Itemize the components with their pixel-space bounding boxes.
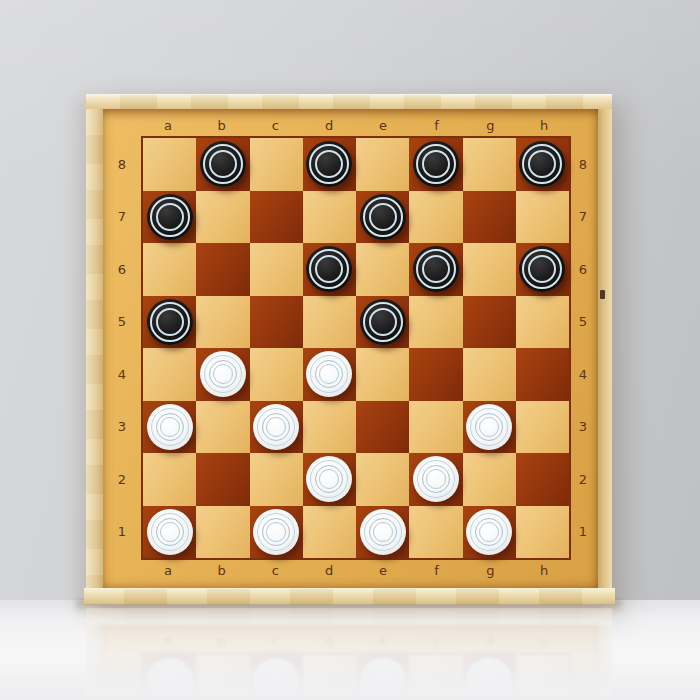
square-d5[interactable]: [303, 296, 356, 349]
checker-ring: [213, 364, 233, 384]
checker-ring: [470, 408, 508, 446]
square-d3[interactable]: [303, 401, 356, 454]
black-checker-h8[interactable]: [519, 141, 565, 187]
file-label: d: [302, 563, 356, 579]
white-checker-d2[interactable]: [306, 456, 352, 502]
square-c7[interactable]: [250, 191, 303, 244]
black-checker-h6[interactable]: [519, 246, 565, 292]
checker-ring: [151, 408, 189, 446]
square-e7[interactable]: [356, 191, 409, 244]
square-c6[interactable]: [250, 243, 303, 296]
square-b6[interactable]: [196, 243, 249, 296]
checker-ring: [160, 417, 180, 437]
square-g6[interactable]: [463, 243, 516, 296]
frame-top-batten: [86, 94, 612, 109]
square-d1[interactable]: [303, 506, 356, 559]
square-h5[interactable]: [516, 296, 569, 349]
white-checker-a3[interactable]: [147, 404, 193, 450]
square-f4[interactable]: [409, 348, 462, 401]
square-a5[interactable]: [143, 296, 196, 349]
rank-label: 2: [573, 453, 593, 506]
rank-label: 1: [573, 506, 593, 559]
checker-ring: [266, 522, 286, 542]
checker-ring: [416, 144, 456, 184]
checker-ring: [156, 203, 184, 231]
square-b7[interactable]: [196, 191, 249, 244]
rank-labels-left: 87654321: [112, 138, 132, 558]
square-a8[interactable]: [143, 138, 196, 191]
checker-ring: [475, 413, 503, 441]
rank-label: 2: [112, 453, 132, 506]
frame-right-rail: [598, 109, 612, 588]
checker-ring: [470, 513, 508, 551]
rank-label: 4: [573, 348, 593, 401]
black-checker-a5[interactable]: [147, 299, 193, 345]
checker-ring: [422, 465, 450, 493]
square-d4[interactable]: [303, 348, 356, 401]
rank-label: 8: [112, 138, 132, 191]
rank-labels-right: 87654321: [573, 138, 593, 558]
square-f3[interactable]: [409, 401, 462, 454]
checker-ring: [315, 360, 343, 388]
square-d2[interactable]: [303, 453, 356, 506]
square-g3[interactable]: [463, 401, 516, 454]
checker-ring: [156, 308, 184, 336]
file-label: h: [517, 118, 571, 134]
checker-ring: [309, 249, 349, 289]
square-e3[interactable]: [356, 401, 409, 454]
white-checker-g1[interactable]: [466, 509, 512, 555]
square-f8[interactable]: [409, 138, 462, 191]
checker-ring: [310, 460, 348, 498]
black-checker-e5[interactable]: [360, 299, 406, 345]
rank-label: 3: [112, 401, 132, 454]
checker-ring: [203, 144, 243, 184]
file-label: f: [410, 118, 464, 134]
file-label: g: [464, 563, 518, 579]
square-g7[interactable]: [463, 191, 516, 244]
square-h7[interactable]: [516, 191, 569, 244]
checker-ring: [315, 465, 343, 493]
table-surface: [0, 600, 700, 700]
white-checker-f2[interactable]: [413, 456, 459, 502]
frame-bottom-batten: [84, 588, 615, 605]
checker-ring: [422, 150, 450, 178]
checker-ring: [315, 150, 343, 178]
square-f1[interactable]: [409, 506, 462, 559]
checker-ring: [417, 460, 455, 498]
square-g5[interactable]: [463, 296, 516, 349]
checker-ring: [150, 197, 190, 237]
black-checker-f8[interactable]: [413, 141, 459, 187]
square-e2[interactable]: [356, 453, 409, 506]
board-grid: [141, 136, 571, 560]
square-a2[interactable]: [143, 453, 196, 506]
white-checker-a1[interactable]: [147, 509, 193, 555]
square-h8[interactable]: [516, 138, 569, 191]
square-c2[interactable]: [250, 453, 303, 506]
checker-ring: [151, 513, 189, 551]
checker-ring: [369, 203, 397, 231]
black-checker-a7[interactable]: [147, 194, 193, 240]
checker-ring: [209, 150, 237, 178]
square-b5[interactable]: [196, 296, 249, 349]
rank-label: 5: [112, 296, 132, 349]
file-label: b: [195, 118, 249, 134]
square-e6[interactable]: [356, 243, 409, 296]
checker-ring: [315, 255, 343, 283]
checker-ring: [369, 518, 397, 546]
square-b3[interactable]: [196, 401, 249, 454]
square-b8[interactable]: [196, 138, 249, 191]
frame-clasp: [600, 290, 605, 299]
file-label: c: [249, 563, 303, 579]
square-a7[interactable]: [143, 191, 196, 244]
rank-label: 5: [573, 296, 593, 349]
square-g8[interactable]: [463, 138, 516, 191]
square-a1[interactable]: [143, 506, 196, 559]
checker-ring: [363, 302, 403, 342]
square-a4[interactable]: [143, 348, 196, 401]
scene: abcdefgh abcdefgh 87654321 87654321 abcd…: [0, 0, 700, 700]
white-checker-b4[interactable]: [200, 351, 246, 397]
rank-label: 8: [573, 138, 593, 191]
square-b2[interactable]: [196, 453, 249, 506]
checker-ring: [479, 417, 499, 437]
black-checker-f6[interactable]: [413, 246, 459, 292]
file-labels-top: abcdefgh: [141, 118, 571, 134]
checker-ring: [319, 364, 339, 384]
square-d8[interactable]: [303, 138, 356, 191]
checker-ring: [522, 144, 562, 184]
square-c3[interactable]: [250, 401, 303, 454]
checker-ring: [156, 518, 184, 546]
square-h3[interactable]: [516, 401, 569, 454]
square-g1[interactable]: [463, 506, 516, 559]
square-h4[interactable]: [516, 348, 569, 401]
checker-ring: [319, 469, 339, 489]
square-f7[interactable]: [409, 191, 462, 244]
white-checker-c3[interactable]: [253, 404, 299, 450]
square-c4[interactable]: [250, 348, 303, 401]
checker-ring: [262, 413, 290, 441]
board-surface: abcdefgh abcdefgh 87654321 87654321: [103, 109, 598, 588]
black-checker-e7[interactable]: [360, 194, 406, 240]
rank-label: 1: [112, 506, 132, 559]
checker-ring: [363, 197, 403, 237]
file-label: a: [141, 563, 195, 579]
square-f6[interactable]: [409, 243, 462, 296]
white-checker-c1[interactable]: [253, 509, 299, 555]
checker-ring: [522, 249, 562, 289]
file-label: b: [195, 563, 249, 579]
square-d6[interactable]: [303, 243, 356, 296]
square-e5[interactable]: [356, 296, 409, 349]
rank-label: 3: [573, 401, 593, 454]
file-label: d: [302, 118, 356, 134]
checker-ring: [257, 513, 295, 551]
square-h1[interactable]: [516, 506, 569, 559]
checker-ring: [479, 522, 499, 542]
file-label: e: [356, 118, 410, 134]
file-label: c: [249, 118, 303, 134]
black-checker-d6[interactable]: [306, 246, 352, 292]
file-labels-bottom: abcdefgh: [141, 563, 571, 579]
checker-ring: [475, 518, 503, 546]
checker-ring: [209, 360, 237, 388]
square-a6[interactable]: [143, 243, 196, 296]
checker-ring: [160, 522, 180, 542]
checker-ring: [426, 469, 446, 489]
demo-board-frame: abcdefgh abcdefgh 87654321 87654321: [86, 94, 612, 605]
square-h6[interactable]: [516, 243, 569, 296]
checker-ring: [150, 302, 190, 342]
checker-ring: [156, 413, 184, 441]
checker-ring: [309, 144, 349, 184]
checker-ring: [364, 513, 402, 551]
square-e8[interactable]: [356, 138, 409, 191]
white-checker-e1[interactable]: [360, 509, 406, 555]
rank-label: 7: [573, 191, 593, 244]
checker-ring: [528, 150, 556, 178]
checker-ring: [528, 255, 556, 283]
black-checker-d8[interactable]: [306, 141, 352, 187]
square-b4[interactable]: [196, 348, 249, 401]
white-checker-d4[interactable]: [306, 351, 352, 397]
black-checker-b8[interactable]: [200, 141, 246, 187]
square-b1[interactable]: [196, 506, 249, 559]
square-c8[interactable]: [250, 138, 303, 191]
file-label: a: [141, 118, 195, 134]
white-checker-g3[interactable]: [466, 404, 512, 450]
checker-ring: [369, 308, 397, 336]
checker-ring: [257, 408, 295, 446]
file-label: e: [356, 563, 410, 579]
checker-ring: [416, 249, 456, 289]
square-f2[interactable]: [409, 453, 462, 506]
square-d7[interactable]: [303, 191, 356, 244]
square-e4[interactable]: [356, 348, 409, 401]
rank-label: 6: [112, 243, 132, 296]
square-f5[interactable]: [409, 296, 462, 349]
file-label: g: [464, 118, 518, 134]
square-a3[interactable]: [143, 401, 196, 454]
file-label: f: [410, 563, 464, 579]
rank-label: 7: [112, 191, 132, 244]
square-c1[interactable]: [250, 506, 303, 559]
checker-ring: [266, 417, 286, 437]
file-label: h: [517, 563, 571, 579]
square-h2[interactable]: [516, 453, 569, 506]
square-c5[interactable]: [250, 296, 303, 349]
square-g4[interactable]: [463, 348, 516, 401]
checker-ring: [310, 355, 348, 393]
frame-left-rail: [86, 109, 103, 588]
square-e1[interactable]: [356, 506, 409, 559]
checker-ring: [373, 522, 393, 542]
square-g2[interactable]: [463, 453, 516, 506]
rank-label: 4: [112, 348, 132, 401]
checker-ring: [422, 255, 450, 283]
rank-label: 6: [573, 243, 593, 296]
checker-ring: [204, 355, 242, 393]
checker-ring: [262, 518, 290, 546]
